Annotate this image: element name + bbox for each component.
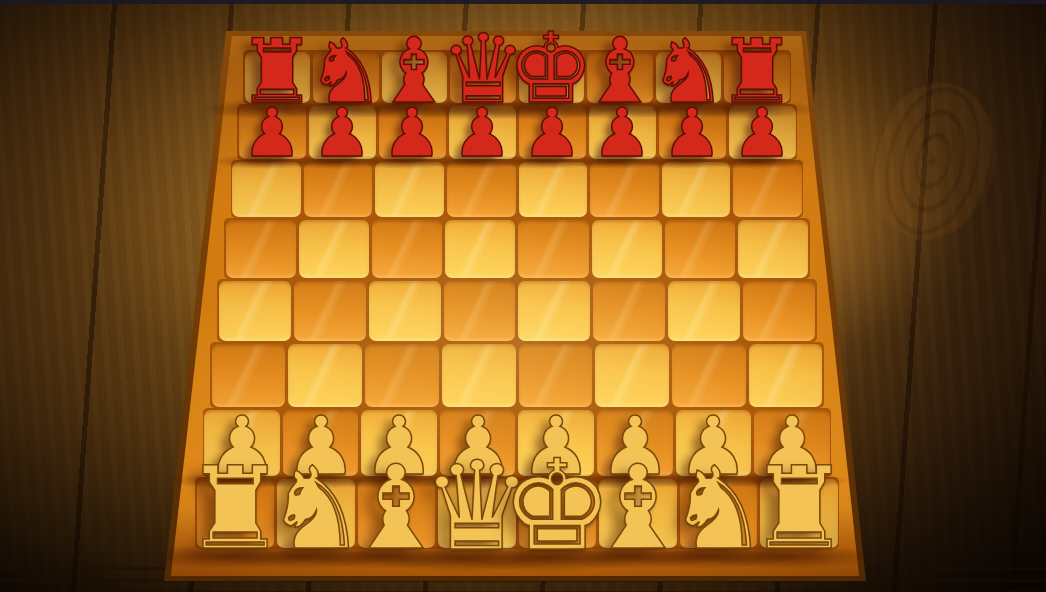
piece-gold-rook-h1[interactable]: ♜ [742, 452, 856, 566]
game-stage: ♜♞♝♛♚♝♞♜♟♟♟♟♟♟♟♟♟♟♟♟♟♟♟♟♜♞♝♛♚♝♞♜ [0, 0, 1046, 592]
piece-layer: ♜♞♝♛♚♝♞♜♟♟♟♟♟♟♟♟♟♟♟♟♟♟♟♟♜♞♝♛♚♝♞♜ [0, 0, 1046, 592]
piece-red-pawn-h7[interactable]: ♟ [729, 100, 796, 167]
